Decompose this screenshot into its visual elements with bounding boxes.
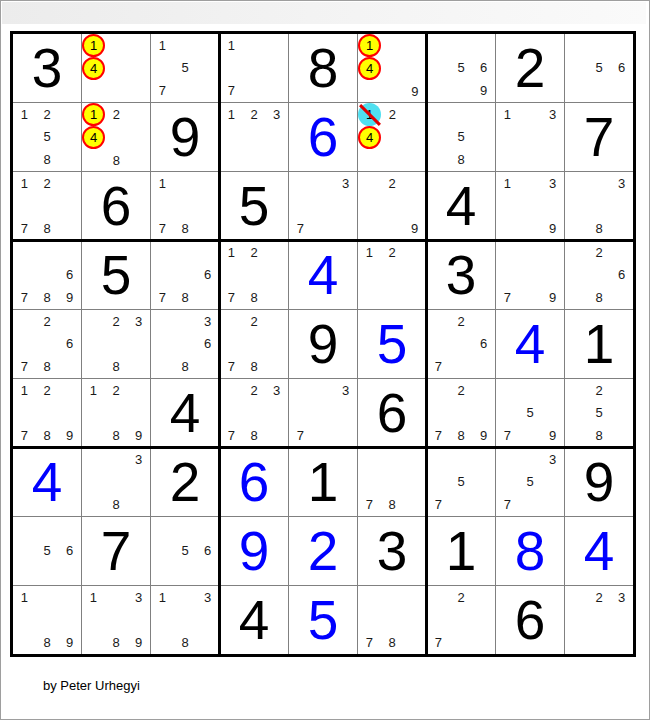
candidate[interactable]: 6 [618,268,625,281]
candidate[interactable]: 7 [228,360,235,373]
candidate[interactable]: 9 [135,636,142,649]
cell-r8c4[interactable]: 9 [220,517,288,585]
candidate-slot-7: 7 [220,286,243,309]
cell-r1c6[interactable]: 149 [358,34,426,102]
candidate[interactable]: 1 [21,591,28,604]
candidate-slot-5 [519,126,542,149]
candidate[interactable]: 9 [66,291,73,304]
cell-r2c1[interactable]: 1258 [13,103,81,171]
candidate-slot-9 [196,562,219,585]
cell-r4c3[interactable]: 678 [151,241,219,309]
candidate[interactable]: 2 [250,108,257,121]
candidate[interactable]: 3 [204,591,211,604]
cell-r9c1[interactable]: 189 [13,586,81,654]
candidate[interactable]: 1 [228,108,235,121]
pencil-marks: 124 [358,103,426,171]
candidate[interactable]: 8 [181,360,188,373]
highlighted-candidate[interactable]: 1 [82,103,105,126]
candidate-slot-5 [519,264,542,287]
candidate-slot-5 [36,195,59,218]
cell-r3c3[interactable]: 178 [151,172,219,240]
cell-r9c4[interactable]: 4 [220,586,288,654]
pencil-marks: 23 [565,586,633,654]
candidate[interactable]: 3 [273,108,280,121]
candidate[interactable]: 1 [21,108,28,121]
cell-r6c1[interactable]: 12789 [13,379,81,447]
pencil-marks: 1278 [220,241,288,309]
candidate[interactable]: 7 [297,222,304,235]
pencil-marks: 1389 [82,586,150,654]
highlighted-candidate[interactable]: 4 [358,126,381,149]
cell-r5c7[interactable]: 267 [427,310,495,378]
cell-r5c1[interactable]: 2678 [13,310,81,378]
cell-r4c9[interactable]: 268 [565,241,633,309]
candidate[interactable]: 7 [435,360,442,373]
given-digit: 2 [496,34,564,102]
candidate-slot-1 [151,517,174,540]
candidate[interactable]: 9 [411,85,418,98]
candidate[interactable]: 1 [159,177,166,190]
candidate[interactable]: 2 [250,315,257,328]
candidate-slot-2 [174,517,197,540]
cell-r6c7[interactable]: 2789 [427,379,495,447]
candidate-slot-2: 2 [105,310,128,333]
candidate-slot-5 [243,333,266,356]
cell-r2c7[interactable]: 58 [427,103,495,171]
cell-r3c2[interactable]: 6 [82,172,150,240]
candidate[interactable]: 8 [43,291,50,304]
pencil-marks: 12789 [13,379,81,447]
candidate-slot-9 [58,217,81,240]
cell-r1c7[interactable]: 569 [427,34,495,102]
candidate-slot-1: 1 [82,34,105,57]
candidate-slot-6 [58,126,81,149]
cell-r6c8[interactable]: 579 [496,379,564,447]
pencil-marks: 38 [565,172,633,240]
cell-r6c6[interactable]: 6 [358,379,426,447]
candidate[interactable]: 8 [181,291,188,304]
candidate[interactable]: 6 [480,337,487,350]
candidate[interactable]: 8 [250,291,257,304]
candidate[interactable]: 5 [595,406,602,419]
candidate[interactable]: 9 [66,429,73,442]
candidate[interactable]: 6 [66,337,73,350]
candidate[interactable]: 7 [228,429,235,442]
candidate-slot-5 [381,57,404,80]
candidate-slot-1 [427,310,450,333]
candidate-slot-6 [265,333,288,356]
candidate[interactable]: 5 [181,544,188,557]
candidate[interactable]: 2 [457,315,464,328]
candidate[interactable]: 1 [228,39,235,52]
candidate[interactable]: 7 [21,429,28,442]
candidate[interactable]: 5 [457,130,464,143]
window-top-bar [2,2,646,24]
candidate-slot-2 [36,586,59,609]
cell-r1c2[interactable]: 14 [82,34,150,102]
candidate[interactable]: 5 [181,61,188,74]
candidate[interactable]: 8 [112,636,119,649]
candidate[interactable]: 3 [135,315,142,328]
candidate[interactable]: 2 [389,108,396,121]
candidate-slot-5: 5 [450,126,473,149]
candidate[interactable]: 6 [66,268,73,281]
candidate[interactable]: 2 [250,384,257,397]
candidate[interactable]: 3 [342,384,349,397]
candidate-slot-2 [450,448,473,471]
cell-r2c8[interactable]: 13 [496,103,564,171]
candidate[interactable]: 3 [342,177,349,190]
candidate-slot-2 [312,379,335,402]
cell-r5c8[interactable]: 4 [496,310,564,378]
candidate-slot-4 [220,402,243,425]
candidate[interactable]: 2 [457,384,464,397]
candidate[interactable]: 7 [504,429,511,442]
candidate-slot-5: 5 [174,57,197,80]
candidate[interactable]: 5 [526,406,533,419]
cell-r5c4[interactable]: 278 [220,310,288,378]
highlighted-candidate[interactable]: 4 [358,57,381,80]
candidate[interactable]: 5 [457,475,464,488]
cell-r8c5[interactable]: 2 [289,517,357,585]
cell-r7c4[interactable]: 6 [220,448,288,516]
candidate[interactable]: 8 [43,222,50,235]
candidate-slot-4 [13,609,36,632]
candidate[interactable]: 2 [250,246,257,259]
candidate-slot-1: 1 [358,34,381,57]
candidate[interactable]: 7 [21,360,28,373]
candidate[interactable]: 8 [113,154,120,167]
candidate[interactable]: 2 [43,108,50,121]
candidate[interactable]: 1 [159,591,166,604]
cell-r8c7[interactable]: 1 [427,517,495,585]
cell-r8c1[interactable]: 56 [13,517,81,585]
cell-r8c8[interactable]: 8 [496,517,564,585]
given-digit: 1 [427,517,495,585]
cell-r1c4[interactable]: 17 [220,34,288,102]
cell-r7c1[interactable]: 4 [13,448,81,516]
candidate[interactable]: 8 [112,360,119,373]
cell-r4c2[interactable]: 5 [82,241,150,309]
candidate[interactable]: 7 [504,291,511,304]
cell-r4c1[interactable]: 6789 [13,241,81,309]
candidate-slot-5: 5 [588,402,611,425]
cell-r7c7[interactable]: 57 [427,448,495,516]
candidate[interactable]: 3 [135,453,142,466]
candidate[interactable]: 8 [250,429,257,442]
candidate-slot-6 [58,609,81,632]
candidate[interactable]: 2 [43,315,50,328]
candidate[interactable]: 5 [43,544,50,557]
candidate[interactable]: 3 [549,177,556,190]
candidate[interactable]: 6 [66,544,73,557]
candidate[interactable]: 8 [595,222,602,235]
candidate-slot-2 [36,517,59,540]
candidate[interactable]: 3 [204,315,211,328]
candidate-slot-8: 8 [450,148,473,171]
candidate[interactable]: 1 [228,246,235,259]
cell-r3c5[interactable]: 37 [289,172,357,240]
candidate[interactable]: 1 [90,591,97,604]
cell-r4c5[interactable]: 4 [289,241,357,309]
candidate[interactable]: 8 [388,498,395,511]
cell-r3c9[interactable]: 38 [565,172,633,240]
candidate-slot-9 [334,424,357,447]
cell-r5c3[interactable]: 368 [151,310,219,378]
cell-r2c6[interactable]: 124 [358,103,426,171]
candidate[interactable]: 8 [595,429,602,442]
candidate[interactable]: 3 [273,384,280,397]
cell-r7c2[interactable]: 38 [82,448,150,516]
candidate[interactable]: 8 [388,636,395,649]
cell-r4c6[interactable]: 12 [358,241,426,309]
candidate[interactable]: 7 [228,84,235,97]
cell-r8c9[interactable]: 4 [565,517,633,585]
candidate[interactable]: 8 [43,636,50,649]
candidate[interactable]: 3 [618,177,625,190]
candidate[interactable]: 5 [526,475,533,488]
candidate[interactable]: 9 [480,84,487,97]
highlighted-candidate[interactable]: 1 [82,34,105,57]
candidate-slot-7: 7 [151,79,174,102]
candidate-slot-8: 8 [174,631,197,654]
candidate-slot-1: 1 [220,103,243,126]
candidate[interactable]: 7 [159,291,166,304]
candidate[interactable]: 9 [549,291,556,304]
candidate-slot-3: 3 [127,448,150,471]
candidate[interactable]: 8 [595,291,602,304]
cell-r4c8[interactable]: 79 [496,241,564,309]
cell-r9c6[interactable]: 78 [358,586,426,654]
candidate-slot-6 [265,57,288,80]
candidate[interactable]: 7 [435,636,442,649]
cell-r6c4[interactable]: 2378 [220,379,288,447]
candidate-slot-5 [588,195,611,218]
candidate[interactable]: 7 [366,636,373,649]
candidate-slot-8 [450,355,473,378]
candidate[interactable]: 6 [204,268,211,281]
candidate[interactable]: 1 [159,39,166,52]
cell-r5c6[interactable]: 5 [358,310,426,378]
candidate[interactable]: 8 [112,429,119,442]
candidate[interactable]: 9 [549,222,556,235]
candidate[interactable]: 7 [366,498,373,511]
candidate-slot-6 [128,126,151,149]
cell-r9c9[interactable]: 23 [565,586,633,654]
cell-r8c2[interactable]: 7 [82,517,150,585]
candidate-slot-8: 8 [450,424,473,447]
candidate-slot-1: 1 [82,379,105,402]
candidate[interactable]: 9 [135,429,142,442]
candidate[interactable]: 5 [43,130,50,143]
candidate[interactable]: 6 [204,544,211,557]
candidate-slot-8: 8 [36,424,59,447]
candidate[interactable]: 8 [457,153,464,166]
candidate[interactable]: 1 [366,246,373,259]
cell-r5c9[interactable]: 1 [565,310,633,378]
candidate[interactable]: 7 [21,222,28,235]
cell-r9c3[interactable]: 138 [151,586,219,654]
cell-r1c3[interactable]: 157 [151,34,219,102]
cell-r7c3[interactable]: 2 [151,448,219,516]
candidate[interactable]: 6 [480,61,487,74]
cell-r9c2[interactable]: 1389 [82,586,150,654]
cell-r8c6[interactable]: 3 [358,517,426,585]
cell-r3c8[interactable]: 139 [496,172,564,240]
cell-r5c5[interactable]: 9 [289,310,357,378]
candidate-slot-4: 4 [82,57,105,80]
cell-r4c7[interactable]: 3 [427,241,495,309]
candidate-slot-9 [610,631,633,654]
cell-r1c1[interactable]: 3 [13,34,81,102]
cell-r2c2[interactable]: 1248 [82,103,150,171]
cell-r6c3[interactable]: 4 [151,379,219,447]
candidate[interactable]: 6 [204,337,211,350]
candidate[interactable]: 8 [43,153,50,166]
given-digit: 3 [13,34,81,102]
cell-r1c8[interactable]: 2 [496,34,564,102]
candidate-slot-9 [472,493,495,516]
candidate-slot-9 [196,217,219,240]
candidate[interactable]: 8 [43,429,50,442]
cell-r9c7[interactable]: 27 [427,586,495,654]
candidate-slot-1 [565,586,588,609]
candidate-slot-5 [450,402,473,425]
candidate[interactable]: 7 [159,222,166,235]
candidate[interactable]: 3 [135,591,142,604]
candidate[interactable]: 5 [457,61,464,74]
cell-r7c9[interactable]: 9 [565,448,633,516]
cell-r9c8[interactable]: 6 [496,586,564,654]
candidate-slot-4 [496,126,519,149]
candidate-slot-1: 1 [151,586,174,609]
candidate[interactable]: 2 [595,384,602,397]
candidate-slot-5: 5 [450,57,473,80]
candidate[interactable]: 2 [112,384,119,397]
eliminated-candidate[interactable]: 1 [358,103,381,126]
candidate-slot-4 [358,609,381,632]
candidate[interactable]: 1 [504,108,511,121]
pencil-marks: 149 [358,34,426,102]
candidate-slot-6: 6 [58,540,81,563]
candidate[interactable]: 2 [43,384,50,397]
candidate[interactable]: 1 [90,384,97,397]
candidate[interactable]: 2 [595,591,602,604]
cell-r2c3[interactable]: 9 [151,103,219,171]
candidate[interactable]: 2 [457,591,464,604]
cell-r3c4[interactable]: 5 [220,172,288,240]
cell-r7c5[interactable]: 1 [289,448,357,516]
cell-r1c9[interactable]: 56 [565,34,633,102]
candidate[interactable]: 7 [435,498,442,511]
candidate-slot-1 [565,241,588,264]
candidate[interactable]: 2 [595,246,602,259]
candidate-slot-2: 2 [381,172,404,195]
cell-r3c7[interactable]: 4 [427,172,495,240]
cell-r5c2[interactable]: 238 [82,310,150,378]
pencil-marks: 29 [358,172,426,240]
candidate[interactable]: 1 [504,177,511,190]
cell-r6c9[interactable]: 258 [565,379,633,447]
candidate-slot-9 [127,355,150,378]
cell-r4c4[interactable]: 1278 [220,241,288,309]
candidate-slot-9 [128,80,151,102]
candidate[interactable]: 7 [228,291,235,304]
candidate-slot-8: 8 [243,424,266,447]
candidate[interactable]: 7 [504,498,511,511]
candidate-slot-4 [565,57,588,80]
candidate[interactable]: 9 [411,222,418,235]
candidate[interactable]: 1 [21,177,28,190]
candidate[interactable]: 6 [618,61,625,74]
candidate[interactable]: 7 [159,84,166,97]
cell-r7c6[interactable]: 78 [358,448,426,516]
cell-r9c5[interactable]: 5 [289,586,357,654]
candidate[interactable]: 2 [388,246,395,259]
candidate[interactable]: 9 [549,429,556,442]
candidate[interactable]: 8 [43,360,50,373]
candidate-slot-5 [381,195,404,218]
cell-r1c5[interactable]: 8 [289,34,357,102]
candidate-slot-2 [519,241,542,264]
highlighted-candidate[interactable]: 1 [358,34,381,57]
cell-r8c3[interactable]: 56 [151,517,219,585]
candidate-slot-5 [174,609,197,632]
candidate[interactable]: 2 [113,108,120,121]
cell-r6c5[interactable]: 37 [289,379,357,447]
cell-r3c6[interactable]: 29 [358,172,426,240]
candidate[interactable]: 7 [21,291,28,304]
cell-r3c1[interactable]: 1278 [13,172,81,240]
candidate[interactable]: 3 [549,108,556,121]
cell-r2c9[interactable]: 7 [565,103,633,171]
candidate[interactable]: 8 [250,360,257,373]
highlighted-candidate[interactable]: 4 [82,126,105,149]
candidate-slot-8 [588,79,611,102]
candidate-slot-1 [13,517,36,540]
cell-r2c4[interactable]: 123 [220,103,288,171]
cell-r7c8[interactable]: 357 [496,448,564,516]
candidate-slot-9 [404,149,427,171]
candidate-slot-8: 8 [105,424,128,447]
candidate[interactable]: 5 [595,61,602,74]
candidate[interactable]: 9 [66,636,73,649]
candidate[interactable]: 7 [435,429,442,442]
candidate[interactable]: 1 [21,384,28,397]
candidate[interactable]: 2 [112,315,119,328]
candidate-slot-4 [151,609,174,632]
candidate[interactable]: 8 [181,222,188,235]
candidate[interactable]: 2 [43,177,50,190]
candidate[interactable]: 8 [112,498,119,511]
candidate[interactable]: 2 [388,177,395,190]
candidate[interactable]: 7 [297,429,304,442]
candidate[interactable]: 9 [480,429,487,442]
pencil-marks: 178 [151,172,219,240]
pencil-marks: 189 [13,586,81,654]
candidate[interactable]: 8 [457,429,464,442]
candidate[interactable]: 3 [618,591,625,604]
cell-r6c2[interactable]: 1289 [82,379,150,447]
candidate-slot-1: 1 [13,379,36,402]
candidate-slot-1 [565,34,588,57]
candidate-slot-9: 9 [472,424,495,447]
highlighted-candidate[interactable]: 4 [82,57,105,80]
candidate[interactable]: 3 [549,453,556,466]
candidate[interactable]: 8 [181,636,188,649]
candidate-slot-8: 8 [381,493,404,516]
cell-r2c5[interactable]: 6 [289,103,357,171]
